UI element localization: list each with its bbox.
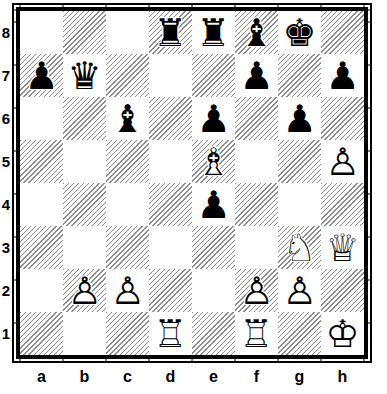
- square-e1[interactable]: [192, 312, 235, 355]
- white-pawn-piece: ♟♙: [278, 269, 321, 312]
- file-label-g: g: [278, 366, 321, 388]
- square-h8[interactable]: [321, 11, 364, 54]
- square-g7[interactable]: [278, 54, 321, 97]
- white-king-piece: ♚♔: [321, 312, 364, 355]
- square-a5[interactable]: [20, 140, 63, 183]
- square-c6[interactable]: ♝: [106, 97, 149, 140]
- square-g1[interactable]: [278, 312, 321, 355]
- rank-label-6: 6: [0, 97, 12, 140]
- rank-label-5: 5: [0, 140, 12, 183]
- square-e4[interactable]: ♟: [192, 183, 235, 226]
- square-h6[interactable]: [321, 97, 364, 140]
- square-b5[interactable]: [63, 140, 106, 183]
- square-b3[interactable]: [63, 226, 106, 269]
- rank-labels: 87654321: [0, 11, 12, 355]
- black-pawn-piece: ♟: [192, 97, 235, 140]
- board-inner-border: ♜♜♝♚♟♛♟♟♝♟♟♝♗♟♙♟♞♘♛♕♟♙♟♙♟♙♟♙♜♖♜♖♚♔: [16, 7, 368, 359]
- square-h3[interactable]: ♛♕: [321, 226, 364, 269]
- square-f8[interactable]: ♝: [235, 11, 278, 54]
- square-f1[interactable]: ♜♖: [235, 312, 278, 355]
- white-pawn-piece: ♟♙: [321, 140, 364, 183]
- chess-diagram: 87654321 ♜♜♝♚♟♛♟♟♝♟♟♝♗♟♙♟♞♘♛♕♟♙♟♙♟♙♟♙♜♖♜…: [0, 0, 387, 394]
- square-a4[interactable]: [20, 183, 63, 226]
- square-c4[interactable]: [106, 183, 149, 226]
- rank-label-4: 4: [0, 183, 12, 226]
- file-label-f: f: [235, 366, 278, 388]
- file-label-a: a: [20, 366, 63, 388]
- square-h5[interactable]: ♟♙: [321, 140, 364, 183]
- rank-label-3: 3: [0, 226, 12, 269]
- square-d3[interactable]: [149, 226, 192, 269]
- black-pawn-piece: ♟: [278, 97, 321, 140]
- square-d8[interactable]: ♜: [149, 11, 192, 54]
- file-labels: abcdefgh: [20, 366, 364, 388]
- square-f7[interactable]: ♟: [235, 54, 278, 97]
- square-d2[interactable]: [149, 269, 192, 312]
- square-e7[interactable]: [192, 54, 235, 97]
- square-b7[interactable]: ♛: [63, 54, 106, 97]
- rank-label-2: 2: [0, 269, 12, 312]
- square-b4[interactable]: [63, 183, 106, 226]
- white-pawn-piece: ♟♙: [106, 269, 149, 312]
- rank-label-1: 1: [0, 312, 12, 355]
- square-c2[interactable]: ♟♙: [106, 269, 149, 312]
- square-g8[interactable]: ♚: [278, 11, 321, 54]
- black-pawn-piece: ♟: [20, 54, 63, 97]
- black-rook-piece: ♜: [149, 11, 192, 54]
- square-g5[interactable]: [278, 140, 321, 183]
- square-c1[interactable]: [106, 312, 149, 355]
- square-b6[interactable]: [63, 97, 106, 140]
- white-pawn-piece: ♟♙: [235, 269, 278, 312]
- white-rook-piece: ♜♖: [235, 312, 278, 355]
- square-e6[interactable]: ♟: [192, 97, 235, 140]
- square-a3[interactable]: [20, 226, 63, 269]
- square-f2[interactable]: ♟♙: [235, 269, 278, 312]
- white-pawn-piece: ♟♙: [63, 269, 106, 312]
- rank-label-7: 7: [0, 54, 12, 97]
- square-c3[interactable]: [106, 226, 149, 269]
- square-b1[interactable]: [63, 312, 106, 355]
- file-label-e: e: [192, 366, 235, 388]
- square-d5[interactable]: [149, 140, 192, 183]
- square-e8[interactable]: ♜: [192, 11, 235, 54]
- black-queen-piece: ♛: [63, 54, 106, 97]
- square-h2[interactable]: [321, 269, 364, 312]
- square-f5[interactable]: [235, 140, 278, 183]
- square-a1[interactable]: [20, 312, 63, 355]
- file-label-d: d: [149, 366, 192, 388]
- square-d4[interactable]: [149, 183, 192, 226]
- file-label-b: b: [63, 366, 106, 388]
- square-g3[interactable]: ♞♘: [278, 226, 321, 269]
- file-label-c: c: [106, 366, 149, 388]
- square-c7[interactable]: [106, 54, 149, 97]
- square-c5[interactable]: [106, 140, 149, 183]
- black-rook-piece: ♜: [192, 11, 235, 54]
- square-f3[interactable]: [235, 226, 278, 269]
- square-b2[interactable]: ♟♙: [63, 269, 106, 312]
- white-knight-piece: ♞♘: [278, 226, 321, 269]
- square-d1[interactable]: ♜♖: [149, 312, 192, 355]
- square-e5[interactable]: ♝♗: [192, 140, 235, 183]
- square-b8[interactable]: [63, 11, 106, 54]
- square-a6[interactable]: [20, 97, 63, 140]
- board-frame: ♜♜♝♚♟♛♟♟♝♟♟♝♗♟♙♟♞♘♛♕♟♙♟♙♟♙♟♙♜♖♜♖♚♔: [12, 3, 372, 363]
- black-king-piece: ♚: [278, 11, 321, 54]
- square-c8[interactable]: [106, 11, 149, 54]
- square-a7[interactable]: ♟: [20, 54, 63, 97]
- square-d6[interactable]: [149, 97, 192, 140]
- square-a8[interactable]: [20, 11, 63, 54]
- square-d7[interactable]: [149, 54, 192, 97]
- white-bishop-piece: ♝♗: [192, 140, 235, 183]
- black-pawn-piece: ♟: [192, 183, 235, 226]
- square-e3[interactable]: [192, 226, 235, 269]
- board-grid: ♜♜♝♚♟♛♟♟♝♟♟♝♗♟♙♟♞♘♛♕♟♙♟♙♟♙♟♙♜♖♜♖♚♔: [20, 11, 364, 355]
- white-rook-piece: ♜♖: [149, 312, 192, 355]
- square-f4[interactable]: [235, 183, 278, 226]
- rank-label-8: 8: [0, 11, 12, 54]
- file-label-h: h: [321, 366, 364, 388]
- square-f6[interactable]: [235, 97, 278, 140]
- square-a2[interactable]: [20, 269, 63, 312]
- square-g6[interactable]: ♟: [278, 97, 321, 140]
- square-e2[interactable]: [192, 269, 235, 312]
- black-pawn-piece: ♟: [235, 54, 278, 97]
- white-queen-piece: ♛♕: [321, 226, 364, 269]
- square-h1[interactable]: ♚♔: [321, 312, 364, 355]
- square-g4[interactable]: [278, 183, 321, 226]
- square-h7[interactable]: ♟: [321, 54, 364, 97]
- square-h4[interactable]: [321, 183, 364, 226]
- black-bishop-piece: ♝: [106, 97, 149, 140]
- black-bishop-piece: ♝: [235, 11, 278, 54]
- black-pawn-piece: ♟: [321, 54, 364, 97]
- square-g2[interactable]: ♟♙: [278, 269, 321, 312]
